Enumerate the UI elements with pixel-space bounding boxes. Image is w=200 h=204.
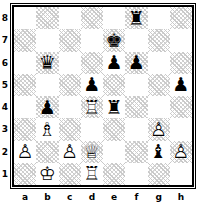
square-g8[interactable]	[148, 7, 170, 29]
square-c5[interactable]	[59, 74, 81, 96]
square-e4[interactable]: ♜♜	[103, 96, 125, 118]
board-border: ♜♜♚♚♛♛♟♟♟♟♟♟♟♟♟♟♜♖♜♜♝♗♟♙♟♙♟♙♛♕♝♝♟♙♚♔♜♖	[12, 5, 194, 187]
white-pawn-icon: ♙	[148, 118, 170, 140]
black-queen-piece[interactable]: ♛♛	[36, 52, 58, 74]
square-e5[interactable]	[103, 74, 125, 96]
white-rook-icon: ♖	[81, 96, 103, 118]
square-a1[interactable]	[14, 163, 36, 185]
file-label-d: d	[81, 190, 103, 203]
black-pawn-icon: ♟	[81, 74, 103, 96]
square-g7[interactable]	[148, 29, 170, 51]
board-grid: ♜♜♚♚♛♛♟♟♟♟♟♟♟♟♟♟♜♖♜♜♝♗♟♙♟♙♟♙♛♕♝♝♟♙♚♔♜♖	[14, 7, 192, 185]
black-rook-fill: ♜	[103, 96, 125, 118]
black-pawn-fill: ♟	[125, 52, 147, 74]
white-pawn-fill: ♟	[59, 141, 81, 163]
square-e8[interactable]	[103, 7, 125, 29]
file-label-h: h	[170, 190, 192, 203]
square-f6[interactable]: ♟♟	[125, 52, 147, 74]
square-d4[interactable]: ♜♖	[81, 96, 103, 118]
black-pawn-fill: ♟	[170, 74, 192, 96]
square-e2[interactable]	[103, 141, 125, 163]
square-d2[interactable]: ♛♕	[81, 141, 103, 163]
rank-label-8: 8	[0, 7, 9, 29]
white-bishop-fill: ♝	[36, 118, 58, 140]
square-h4[interactable]	[170, 96, 192, 118]
square-f1[interactable]	[125, 163, 147, 185]
square-b7[interactable]	[36, 29, 58, 51]
file-label-e: e	[103, 190, 125, 203]
black-pawn-piece[interactable]: ♟♟	[81, 74, 103, 96]
square-f3[interactable]	[125, 118, 147, 140]
square-h7[interactable]	[170, 29, 192, 51]
square-c3[interactable]	[59, 118, 81, 140]
white-queen-piece[interactable]: ♛♕	[81, 141, 103, 163]
black-king-icon: ♚	[103, 29, 125, 51]
square-h8[interactable]	[170, 7, 192, 29]
black-king-fill: ♚	[103, 29, 125, 51]
black-pawn-piece[interactable]: ♟♟	[125, 52, 147, 74]
white-rook-piece[interactable]: ♜♖	[81, 96, 103, 118]
square-b3[interactable]: ♝♗	[36, 118, 58, 140]
white-pawn-fill: ♟	[170, 141, 192, 163]
white-pawn-fill: ♟	[148, 118, 170, 140]
square-e1[interactable]	[103, 163, 125, 185]
black-pawn-fill: ♟	[81, 74, 103, 96]
square-h1[interactable]	[170, 163, 192, 185]
white-king-icon: ♔	[36, 163, 58, 185]
white-pawn-piece[interactable]: ♟♙	[59, 141, 81, 163]
square-f2[interactable]	[125, 141, 147, 163]
square-h3[interactable]	[170, 118, 192, 140]
square-b6[interactable]: ♛♛	[36, 52, 58, 74]
square-c8[interactable]	[59, 7, 81, 29]
square-g6[interactable]	[148, 52, 170, 74]
square-b2[interactable]	[36, 141, 58, 163]
square-h2[interactable]: ♟♙	[170, 141, 192, 163]
white-pawn-piece[interactable]: ♟♙	[148, 118, 170, 140]
square-a5[interactable]	[14, 74, 36, 96]
square-a3[interactable]	[14, 118, 36, 140]
black-pawn-piece[interactable]: ♟♟	[36, 96, 58, 118]
file-label-g: g	[148, 190, 170, 203]
black-bishop-piece[interactable]: ♝♝	[148, 141, 170, 163]
white-king-piece[interactable]: ♚♔	[36, 163, 58, 185]
black-rook-icon: ♜	[103, 96, 125, 118]
rank-label-5: 5	[0, 74, 9, 96]
black-pawn-icon: ♟	[125, 52, 147, 74]
rank-label-3: 3	[0, 118, 9, 140]
square-g3[interactable]: ♟♙	[148, 118, 170, 140]
black-pawn-fill: ♟	[103, 52, 125, 74]
square-g5[interactable]	[148, 74, 170, 96]
square-b8[interactable]	[36, 7, 58, 29]
square-h5[interactable]: ♟♟	[170, 74, 192, 96]
white-pawn-icon: ♙	[170, 141, 192, 163]
file-labels: a b c d e f g h	[14, 190, 192, 203]
file-label-b: b	[36, 190, 58, 203]
square-a4[interactable]	[14, 96, 36, 118]
white-pawn-icon: ♙	[59, 141, 81, 163]
square-c4[interactable]	[59, 96, 81, 118]
square-f8[interactable]: ♜♜	[125, 7, 147, 29]
white-pawn-piece[interactable]: ♟♙	[170, 141, 192, 163]
square-d1[interactable]: ♜♖	[81, 163, 103, 185]
white-pawn-icon: ♙	[14, 141, 36, 163]
file-label-c: c	[59, 190, 81, 203]
square-c1[interactable]	[59, 163, 81, 185]
square-e3[interactable]	[103, 118, 125, 140]
black-rook-piece[interactable]: ♜♜	[103, 96, 125, 118]
square-f7[interactable]	[125, 29, 147, 51]
square-a8[interactable]	[14, 7, 36, 29]
square-c2[interactable]: ♟♙	[59, 141, 81, 163]
white-rook-piece[interactable]: ♜♖	[81, 163, 103, 185]
white-pawn-piece[interactable]: ♟♙	[14, 141, 36, 163]
square-a7[interactable]	[14, 29, 36, 51]
square-c7[interactable]	[59, 29, 81, 51]
black-queen-fill: ♛	[36, 52, 58, 74]
chess-board: ♜♜♚♚♛♛♟♟♟♟♟♟♟♟♟♟♜♖♜♜♝♗♟♙♟♙♟♙♛♕♝♝♟♙♚♔♜♖	[10, 3, 196, 189]
black-rook-icon: ♜	[125, 7, 147, 29]
square-h6[interactable]	[170, 52, 192, 74]
black-rook-piece[interactable]: ♜♜	[125, 7, 147, 29]
white-queen-fill: ♛	[81, 141, 103, 163]
rank-label-7: 7	[0, 29, 9, 51]
black-bishop-fill: ♝	[148, 141, 170, 163]
rank-labels: 8 7 6 5 4 3 2 1	[0, 7, 9, 185]
black-pawn-icon: ♟	[103, 52, 125, 74]
rank-label-1: 1	[0, 163, 9, 185]
square-e6[interactable]: ♟♟	[103, 52, 125, 74]
square-b5[interactable]	[36, 74, 58, 96]
white-rook-icon: ♖	[81, 163, 103, 185]
square-c6[interactable]	[59, 52, 81, 74]
white-pawn-fill: ♟	[14, 141, 36, 163]
black-pawn-piece[interactable]: ♟♟	[170, 74, 192, 96]
white-bishop-icon: ♗	[36, 118, 58, 140]
black-pawn-piece[interactable]: ♟♟	[103, 52, 125, 74]
square-f5[interactable]	[125, 74, 147, 96]
black-pawn-icon: ♟	[170, 74, 192, 96]
square-g4[interactable]	[148, 96, 170, 118]
square-b4[interactable]: ♟♟	[36, 96, 58, 118]
square-e7[interactable]: ♚♚	[103, 29, 125, 51]
black-pawn-fill: ♟	[36, 96, 58, 118]
white-rook-fill: ♜	[81, 163, 103, 185]
white-king-fill: ♚	[36, 163, 58, 185]
square-b1[interactable]: ♚♔	[36, 163, 58, 185]
black-bishop-icon: ♝	[148, 141, 170, 163]
square-d7[interactable]	[81, 29, 103, 51]
white-queen-icon: ♕	[81, 141, 103, 163]
rank-label-2: 2	[0, 141, 9, 163]
black-king-piece[interactable]: ♚♚	[103, 29, 125, 51]
rank-label-4: 4	[0, 96, 9, 118]
white-bishop-piece[interactable]: ♝♗	[36, 118, 58, 140]
black-queen-icon: ♛	[36, 52, 58, 74]
square-d5[interactable]: ♟♟	[81, 74, 103, 96]
square-d3[interactable]	[81, 118, 103, 140]
square-g2[interactable]: ♝♝	[148, 141, 170, 163]
file-label-f: f	[125, 190, 147, 203]
rank-label-6: 6	[0, 52, 9, 74]
white-rook-fill: ♜	[81, 96, 103, 118]
square-d8[interactable]	[81, 7, 103, 29]
black-rook-fill: ♜	[125, 7, 147, 29]
square-a6[interactable]	[14, 52, 36, 74]
square-d6[interactable]	[81, 52, 103, 74]
file-label-a: a	[14, 190, 36, 203]
black-pawn-icon: ♟	[36, 96, 58, 118]
square-a2[interactable]: ♟♙	[14, 141, 36, 163]
square-g1[interactable]	[148, 163, 170, 185]
square-f4[interactable]	[125, 96, 147, 118]
